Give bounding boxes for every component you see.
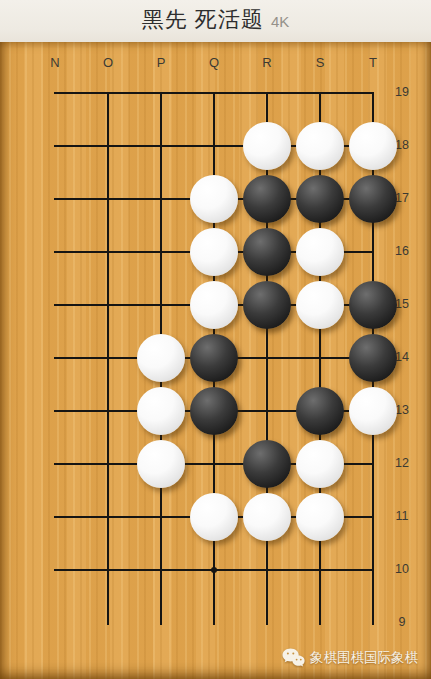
- stone-white-P13: [137, 387, 185, 435]
- problem-title: 黑先 死活题: [142, 0, 264, 40]
- star-point-Q10: [211, 567, 217, 573]
- row-label-10: 10: [388, 562, 416, 576]
- stone-black-T15: [349, 281, 397, 329]
- column-label-S: S: [309, 55, 331, 70]
- stone-white-R18: [243, 122, 291, 170]
- column-label-T: T: [362, 55, 384, 70]
- row-label-12: 12: [388, 456, 416, 470]
- row-label-11: 11: [388, 509, 416, 523]
- stone-black-S13: [296, 387, 344, 435]
- tsumego-app: 黑先 死活题 4K NOPQRST191817161514131211109 象…: [0, 0, 431, 679]
- stone-white-P14: [137, 334, 185, 382]
- row-label-9: 9: [388, 615, 416, 629]
- stone-black-T17: [349, 175, 397, 223]
- stone-black-Q13: [190, 387, 238, 435]
- column-label-P: P: [150, 55, 172, 70]
- stone-white-S16: [296, 228, 344, 276]
- row-label-19: 19: [388, 85, 416, 99]
- go-board[interactable]: NOPQRST191817161514131211109: [0, 42, 431, 679]
- stone-white-S15: [296, 281, 344, 329]
- stone-black-Q14: [190, 334, 238, 382]
- column-label-R: R: [256, 55, 278, 70]
- stone-black-R16: [243, 228, 291, 276]
- stone-black-S17: [296, 175, 344, 223]
- grid-vline-R: [266, 92, 268, 625]
- stone-white-Q11: [190, 493, 238, 541]
- stone-white-Q17: [190, 175, 238, 223]
- stone-black-R12: [243, 440, 291, 488]
- wechat-icon: [282, 648, 305, 667]
- column-label-O: O: [97, 55, 119, 70]
- row-label-16: 16: [388, 244, 416, 258]
- stone-white-T18: [349, 122, 397, 170]
- column-label-Q: Q: [203, 55, 225, 70]
- stone-black-T14: [349, 334, 397, 382]
- stone-white-S11: [296, 493, 344, 541]
- grid-vline-S: [319, 92, 321, 625]
- stone-white-Q15: [190, 281, 238, 329]
- grid-vline-O: [107, 92, 109, 625]
- footer-logo: 象棋围棋国际象棋: [282, 648, 418, 667]
- stone-white-R11: [243, 493, 291, 541]
- stone-black-R17: [243, 175, 291, 223]
- header: 黑先 死活题 4K: [0, 0, 431, 42]
- stone-black-R15: [243, 281, 291, 329]
- rank-badge: 4K: [271, 13, 289, 30]
- column-label-N: N: [44, 55, 66, 70]
- stone-white-T13: [349, 387, 397, 435]
- stone-white-Q16: [190, 228, 238, 276]
- stone-white-P12: [137, 440, 185, 488]
- footer-logo-text: 象棋围棋国际象棋: [310, 649, 418, 667]
- stone-white-S18: [296, 122, 344, 170]
- stone-white-S12: [296, 440, 344, 488]
